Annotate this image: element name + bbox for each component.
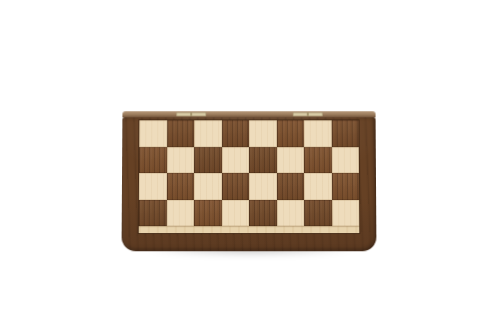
board-square-r1c8 — [331, 120, 359, 146]
hinge-pin-icon — [190, 112, 192, 116]
board-square-r1c4 — [222, 120, 249, 146]
board-square-r4c3 — [194, 199, 222, 226]
board-square-r4c4 — [221, 199, 249, 226]
board-square-r2c1 — [139, 147, 167, 173]
hinge-left — [176, 112, 206, 116]
box-front-face — [122, 117, 377, 251]
board-square-r4c7 — [304, 199, 332, 226]
checkerboard-inlay — [139, 120, 360, 233]
board-square-r2c6 — [276, 147, 304, 173]
board-square-r4c2 — [166, 199, 194, 226]
board-square-r3c2 — [166, 173, 194, 199]
board-square-r3c5 — [249, 173, 277, 199]
board-square-r1c1 — [139, 120, 167, 146]
board-square-r4c8 — [332, 199, 360, 226]
board-square-r2c7 — [304, 147, 332, 173]
board-square-r1c6 — [276, 120, 303, 146]
hinge-right — [293, 112, 323, 116]
board-square-r3c3 — [194, 173, 222, 199]
board-square-r3c7 — [304, 173, 332, 199]
board-square-r2c3 — [194, 147, 222, 173]
board-square-r3c8 — [331, 173, 359, 199]
board-square-r2c5 — [249, 147, 276, 173]
board-square-r1c3 — [194, 120, 221, 146]
product-photo-scene — [0, 0, 500, 333]
board-square-r1c5 — [249, 120, 276, 146]
board-square-r3c6 — [276, 173, 304, 199]
board-square-r1c2 — [167, 120, 195, 146]
board-square-r3c1 — [139, 173, 167, 199]
board-grid — [139, 120, 360, 226]
hinge-pin-icon — [307, 112, 309, 116]
board-square-r2c4 — [222, 147, 249, 173]
board-square-r4c5 — [249, 199, 277, 226]
board-square-r2c2 — [167, 147, 195, 173]
folded-chess-box — [122, 111, 377, 251]
board-square-r1c7 — [304, 120, 332, 146]
board-square-r2c8 — [331, 147, 359, 173]
board-square-r3c4 — [221, 173, 249, 199]
board-square-r4c6 — [277, 199, 305, 226]
board-square-r4c1 — [139, 199, 167, 226]
maple-border-strip — [139, 226, 360, 233]
